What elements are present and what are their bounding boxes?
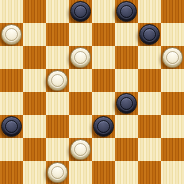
square-h5[interactable] xyxy=(161,69,184,92)
square-c1[interactable] xyxy=(46,161,69,184)
square-h6[interactable] xyxy=(161,46,184,69)
square-d7[interactable] xyxy=(69,23,92,46)
square-b4[interactable] xyxy=(23,92,46,115)
square-b2[interactable] xyxy=(23,138,46,161)
square-f1[interactable] xyxy=(115,161,138,184)
square-g6[interactable] xyxy=(138,46,161,69)
square-g5[interactable] xyxy=(138,69,161,92)
square-h2[interactable] xyxy=(161,138,184,161)
square-d3[interactable] xyxy=(69,115,92,138)
square-g4[interactable] xyxy=(138,92,161,115)
square-f2[interactable] xyxy=(115,138,138,161)
square-d8[interactable] xyxy=(69,0,92,23)
square-e8[interactable] xyxy=(92,0,115,23)
square-a2[interactable] xyxy=(0,138,23,161)
square-f6[interactable] xyxy=(115,46,138,69)
board xyxy=(0,0,184,184)
square-h7[interactable] xyxy=(161,23,184,46)
square-b7[interactable] xyxy=(23,23,46,46)
square-d2[interactable] xyxy=(69,138,92,161)
square-b8[interactable] xyxy=(23,0,46,23)
square-c6[interactable] xyxy=(46,46,69,69)
square-e2[interactable] xyxy=(92,138,115,161)
square-h1[interactable] xyxy=(161,161,184,184)
square-a6[interactable] xyxy=(0,46,23,69)
square-a1[interactable] xyxy=(0,161,23,184)
square-a4[interactable] xyxy=(0,92,23,115)
square-a8[interactable] xyxy=(0,0,23,23)
square-g7[interactable] xyxy=(138,23,161,46)
black-man-a3[interactable] xyxy=(1,116,22,137)
square-d5[interactable] xyxy=(69,69,92,92)
square-g3[interactable] xyxy=(138,115,161,138)
square-c7[interactable] xyxy=(46,23,69,46)
white-man-h6[interactable] xyxy=(162,47,183,68)
square-e4[interactable] xyxy=(92,92,115,115)
square-a5[interactable] xyxy=(0,69,23,92)
square-b5[interactable] xyxy=(23,69,46,92)
square-h8[interactable] xyxy=(161,0,184,23)
square-d4[interactable] xyxy=(69,92,92,115)
square-e5[interactable] xyxy=(92,69,115,92)
square-g2[interactable] xyxy=(138,138,161,161)
square-d1[interactable] xyxy=(69,161,92,184)
black-man-g7[interactable] xyxy=(139,24,160,45)
square-e1[interactable] xyxy=(92,161,115,184)
white-man-d6[interactable] xyxy=(70,47,91,68)
white-man-d2[interactable] xyxy=(70,139,91,160)
square-c4[interactable] xyxy=(46,92,69,115)
square-h3[interactable] xyxy=(161,115,184,138)
white-man-c1[interactable] xyxy=(47,162,68,183)
square-a3[interactable] xyxy=(0,115,23,138)
square-b6[interactable] xyxy=(23,46,46,69)
square-e3[interactable] xyxy=(92,115,115,138)
square-d6[interactable] xyxy=(69,46,92,69)
square-c2[interactable] xyxy=(46,138,69,161)
square-e7[interactable] xyxy=(92,23,115,46)
square-c5[interactable] xyxy=(46,69,69,92)
white-man-c5[interactable] xyxy=(47,70,68,91)
black-man-d8[interactable] xyxy=(70,1,91,22)
square-b1[interactable] xyxy=(23,161,46,184)
square-e6[interactable] xyxy=(92,46,115,69)
black-man-f4[interactable] xyxy=(116,93,137,114)
square-c3[interactable] xyxy=(46,115,69,138)
square-f3[interactable] xyxy=(115,115,138,138)
square-g1[interactable] xyxy=(138,161,161,184)
black-man-e3[interactable] xyxy=(93,116,114,137)
square-f4[interactable] xyxy=(115,92,138,115)
square-f8[interactable] xyxy=(115,0,138,23)
square-f7[interactable] xyxy=(115,23,138,46)
black-man-f8[interactable] xyxy=(116,1,137,22)
square-c8[interactable] xyxy=(46,0,69,23)
square-a7[interactable] xyxy=(0,23,23,46)
square-b3[interactable] xyxy=(23,115,46,138)
square-f5[interactable] xyxy=(115,69,138,92)
square-g8[interactable] xyxy=(138,0,161,23)
white-man-a7[interactable] xyxy=(1,24,22,45)
square-h4[interactable] xyxy=(161,92,184,115)
